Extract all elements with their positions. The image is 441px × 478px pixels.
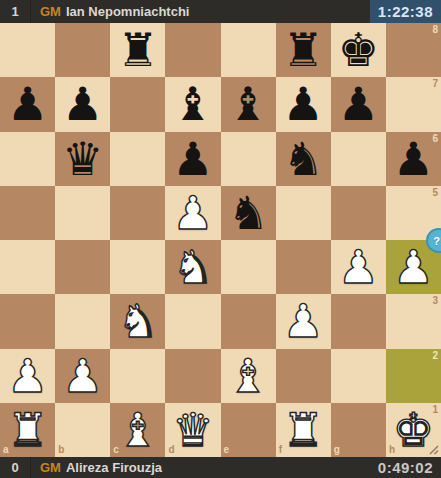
white-pawn-b2[interactable]: ♟ bbox=[62, 353, 103, 399]
square-h2[interactable]: 2 bbox=[386, 349, 441, 403]
rank-label-2: 2 bbox=[432, 351, 438, 361]
square-e5[interactable]: ♞ bbox=[221, 186, 276, 240]
white-pawn-f3[interactable]: ♟ bbox=[283, 298, 324, 344]
white-pawn-g4[interactable]: ♟ bbox=[338, 244, 379, 290]
black-bishop-d7[interactable]: ♝ bbox=[172, 81, 213, 127]
square-d5[interactable]: ♟ bbox=[165, 186, 220, 240]
file-label-e: e bbox=[224, 445, 230, 455]
white-knight-c3[interactable]: ♞ bbox=[117, 298, 158, 344]
white-pawn-d5[interactable]: ♟ bbox=[172, 190, 213, 236]
black-knight-f6[interactable]: ♞ bbox=[283, 136, 324, 182]
white-bishop-c1[interactable]: ♝ bbox=[117, 407, 158, 453]
square-g5[interactable] bbox=[331, 186, 386, 240]
black-queen-b6[interactable]: ♛ bbox=[62, 136, 103, 182]
black-pawn-d6[interactable]: ♟ bbox=[172, 136, 213, 182]
white-rook-a1[interactable]: ♜ bbox=[7, 407, 48, 453]
white-pawn-h4[interactable]: ♟ bbox=[393, 244, 434, 290]
file-label-d: d bbox=[168, 445, 174, 455]
square-b4[interactable] bbox=[55, 240, 110, 294]
bottom-player-name: Alireza Firouzja bbox=[66, 460, 370, 475]
square-b1[interactable]: b bbox=[55, 403, 110, 457]
square-a5[interactable] bbox=[0, 186, 55, 240]
white-rook-f1[interactable]: ♜ bbox=[283, 407, 324, 453]
square-a6[interactable] bbox=[0, 132, 55, 186]
top-player-title: GM bbox=[40, 4, 61, 19]
black-pawn-h6[interactable]: ♟ bbox=[393, 136, 434, 182]
square-h7[interactable]: 7 bbox=[386, 77, 441, 131]
black-rook-c8[interactable]: ♜ bbox=[117, 27, 158, 73]
bottom-player-bar: 0 GM Alireza Firouzja 0:49:02 bbox=[0, 457, 441, 478]
square-e1[interactable]: e bbox=[221, 403, 276, 457]
square-e8[interactable] bbox=[221, 23, 276, 77]
square-h8[interactable]: 8 bbox=[386, 23, 441, 77]
square-b6[interactable]: ♛ bbox=[55, 132, 110, 186]
rank-label-5: 5 bbox=[432, 188, 438, 198]
square-a2[interactable]: ♟ bbox=[0, 349, 55, 403]
square-f8[interactable]: ♜ bbox=[276, 23, 331, 77]
square-f4[interactable] bbox=[276, 240, 331, 294]
square-h3[interactable]: 3 bbox=[386, 294, 441, 348]
black-pawn-g7[interactable]: ♟ bbox=[338, 81, 379, 127]
white-pawn-a2[interactable]: ♟ bbox=[7, 353, 48, 399]
rank-label-1: 1 bbox=[432, 405, 438, 415]
divider bbox=[30, 457, 31, 478]
top-player-name: Ian Nepomniachtchi bbox=[66, 4, 370, 19]
square-g1[interactable]: g bbox=[331, 403, 386, 457]
file-label-b: b bbox=[58, 445, 64, 455]
square-g4[interactable]: ♟ bbox=[331, 240, 386, 294]
square-e4[interactable] bbox=[221, 240, 276, 294]
chess-broadcast-window: 1 GM Ian Nepomniachtchi 1:22:38 ♜♜♚8♟♟♝♝… bbox=[0, 0, 441, 478]
bottom-player-clock: 0:49:02 bbox=[370, 457, 441, 478]
square-a4[interactable] bbox=[0, 240, 55, 294]
square-f1[interactable]: ♜f bbox=[276, 403, 331, 457]
square-f2[interactable] bbox=[276, 349, 331, 403]
black-rook-f8[interactable]: ♜ bbox=[283, 27, 324, 73]
bottom-player-title: GM bbox=[40, 460, 61, 475]
square-e7[interactable]: ♝ bbox=[221, 77, 276, 131]
top-player-score: 1 bbox=[0, 4, 30, 19]
square-c5[interactable] bbox=[110, 186, 165, 240]
square-c1[interactable]: ♝c bbox=[110, 403, 165, 457]
white-bishop-e2[interactable]: ♝ bbox=[227, 353, 268, 399]
square-d3[interactable] bbox=[165, 294, 220, 348]
square-g7[interactable]: ♟ bbox=[331, 77, 386, 131]
square-c6[interactable] bbox=[110, 132, 165, 186]
square-c7[interactable] bbox=[110, 77, 165, 131]
black-pawn-f7[interactable]: ♟ bbox=[283, 81, 324, 127]
square-d4[interactable]: ♞ bbox=[165, 240, 220, 294]
square-b8[interactable] bbox=[55, 23, 110, 77]
square-g2[interactable] bbox=[331, 349, 386, 403]
square-d1[interactable]: ♛d bbox=[165, 403, 220, 457]
black-bishop-e7[interactable]: ♝ bbox=[227, 81, 268, 127]
file-label-h: h bbox=[389, 445, 395, 455]
square-d6[interactable]: ♟ bbox=[165, 132, 220, 186]
square-b5[interactable] bbox=[55, 186, 110, 240]
black-king-g8[interactable]: ♚ bbox=[338, 27, 379, 73]
board-resize-handle-icon[interactable] bbox=[427, 443, 439, 455]
black-pawn-a7[interactable]: ♟ bbox=[7, 81, 48, 127]
square-d2[interactable] bbox=[165, 349, 220, 403]
square-c3[interactable]: ♞ bbox=[110, 294, 165, 348]
square-g6[interactable] bbox=[331, 132, 386, 186]
square-c2[interactable] bbox=[110, 349, 165, 403]
file-label-f: f bbox=[279, 445, 282, 455]
rank-label-6: 6 bbox=[432, 134, 438, 144]
square-g3[interactable] bbox=[331, 294, 386, 348]
black-knight-e5[interactable]: ♞ bbox=[227, 190, 268, 236]
square-c8[interactable]: ♜ bbox=[110, 23, 165, 77]
square-a1[interactable]: ♜a bbox=[0, 403, 55, 457]
rank-label-7: 7 bbox=[432, 79, 438, 89]
square-b3[interactable] bbox=[55, 294, 110, 348]
square-g8[interactable]: ♚ bbox=[331, 23, 386, 77]
black-pawn-b7[interactable]: ♟ bbox=[62, 81, 103, 127]
square-f6[interactable]: ♞ bbox=[276, 132, 331, 186]
square-c4[interactable] bbox=[110, 240, 165, 294]
square-f7[interactable]: ♟ bbox=[276, 77, 331, 131]
white-queen-d1[interactable]: ♛ bbox=[172, 407, 213, 453]
square-b2[interactable]: ♟ bbox=[55, 349, 110, 403]
white-knight-d4[interactable]: ♞ bbox=[172, 244, 213, 290]
bottom-player-score: 0 bbox=[0, 460, 30, 475]
file-label-g: g bbox=[334, 445, 340, 455]
square-a3[interactable] bbox=[0, 294, 55, 348]
square-f5[interactable] bbox=[276, 186, 331, 240]
square-e2[interactable]: ♝ bbox=[221, 349, 276, 403]
top-player-clock: 1:22:38 bbox=[370, 0, 441, 23]
square-e6[interactable] bbox=[221, 132, 276, 186]
square-e3[interactable] bbox=[221, 294, 276, 348]
chess-board[interactable]: ♜♜♚8♟♟♝♝♟♟7♛♟♞♟6♟♞5♞♟♟4♞♟3♟♟♝2♜ab♝c♛de♜f… bbox=[0, 23, 441, 457]
file-label-c: c bbox=[113, 445, 119, 455]
file-label-a: a bbox=[3, 445, 9, 455]
square-f3[interactable]: ♟ bbox=[276, 294, 331, 348]
rank-label-8: 8 bbox=[432, 25, 438, 35]
square-h6[interactable]: ♟6 bbox=[386, 132, 441, 186]
square-d8[interactable] bbox=[165, 23, 220, 77]
square-a8[interactable] bbox=[0, 23, 55, 77]
square-a7[interactable]: ♟ bbox=[0, 77, 55, 131]
divider bbox=[30, 0, 31, 23]
square-d7[interactable]: ♝ bbox=[165, 77, 220, 131]
rank-label-3: 3 bbox=[432, 296, 438, 306]
top-player-bar: 1 GM Ian Nepomniachtchi 1:22:38 bbox=[0, 0, 441, 23]
square-b7[interactable]: ♟ bbox=[55, 77, 110, 131]
